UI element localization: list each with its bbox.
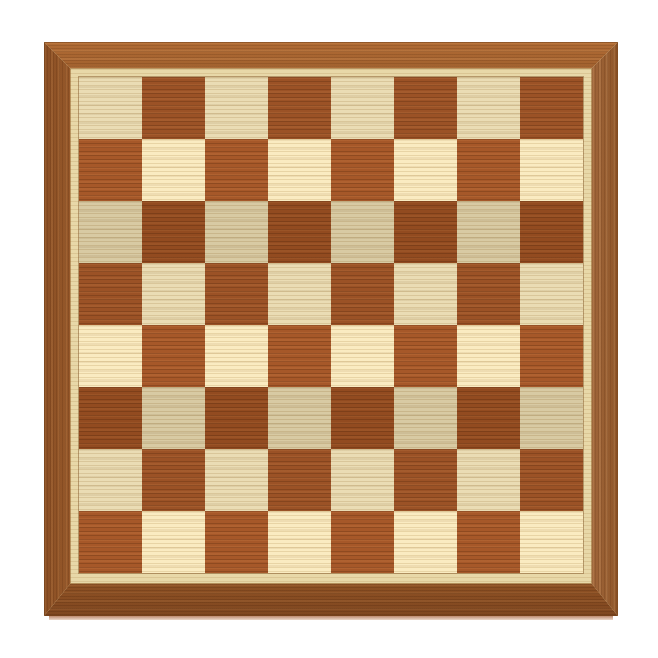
chessboard <box>44 42 618 620</box>
square-b6[interactable] <box>142 201 205 263</box>
square-b8[interactable] <box>142 77 205 139</box>
square-h4[interactable] <box>520 325 583 387</box>
square-b1[interactable] <box>142 511 205 573</box>
square-d7[interactable] <box>268 139 331 201</box>
square-f3[interactable] <box>394 387 457 449</box>
board-frame-left <box>44 42 70 616</box>
square-h7[interactable] <box>520 139 583 201</box>
square-c7[interactable] <box>205 139 268 201</box>
board-frame-bottom <box>44 584 618 616</box>
square-b3[interactable] <box>142 387 205 449</box>
square-f7[interactable] <box>394 139 457 201</box>
square-c3[interactable] <box>205 387 268 449</box>
square-b7[interactable] <box>142 139 205 201</box>
square-d4[interactable] <box>268 325 331 387</box>
square-b5[interactable] <box>142 263 205 325</box>
square-e2[interactable] <box>331 449 394 511</box>
board-frame-top <box>44 42 618 68</box>
square-a4[interactable] <box>79 325 142 387</box>
square-e3[interactable] <box>331 387 394 449</box>
square-b4[interactable] <box>142 325 205 387</box>
square-f8[interactable] <box>394 77 457 139</box>
square-d1[interactable] <box>268 511 331 573</box>
square-e4[interactable] <box>331 325 394 387</box>
square-f1[interactable] <box>394 511 457 573</box>
square-c1[interactable] <box>205 511 268 573</box>
square-d5[interactable] <box>268 263 331 325</box>
square-g4[interactable] <box>457 325 520 387</box>
square-f5[interactable] <box>394 263 457 325</box>
board-top-surface <box>44 42 618 616</box>
square-a2[interactable] <box>79 449 142 511</box>
square-a7[interactable] <box>79 139 142 201</box>
square-e6[interactable] <box>331 201 394 263</box>
square-g5[interactable] <box>457 263 520 325</box>
square-g2[interactable] <box>457 449 520 511</box>
square-c4[interactable] <box>205 325 268 387</box>
square-g8[interactable] <box>457 77 520 139</box>
square-a8[interactable] <box>79 77 142 139</box>
square-c6[interactable] <box>205 201 268 263</box>
square-h6[interactable] <box>520 201 583 263</box>
board-bottom-edge-highlight <box>49 616 613 620</box>
square-f6[interactable] <box>394 201 457 263</box>
square-h2[interactable] <box>520 449 583 511</box>
square-a1[interactable] <box>79 511 142 573</box>
square-b2[interactable] <box>142 449 205 511</box>
square-e5[interactable] <box>331 263 394 325</box>
square-f2[interactable] <box>394 449 457 511</box>
square-h5[interactable] <box>520 263 583 325</box>
photo-background <box>0 0 658 658</box>
square-e1[interactable] <box>331 511 394 573</box>
square-d6[interactable] <box>268 201 331 263</box>
square-g6[interactable] <box>457 201 520 263</box>
square-c5[interactable] <box>205 263 268 325</box>
square-g1[interactable] <box>457 511 520 573</box>
square-a6[interactable] <box>79 201 142 263</box>
square-h1[interactable] <box>520 511 583 573</box>
square-a3[interactable] <box>79 387 142 449</box>
square-e8[interactable] <box>331 77 394 139</box>
square-d8[interactable] <box>268 77 331 139</box>
square-h3[interactable] <box>520 387 583 449</box>
square-c2[interactable] <box>205 449 268 511</box>
square-g7[interactable] <box>457 139 520 201</box>
square-c8[interactable] <box>205 77 268 139</box>
board-frame-right <box>592 42 618 616</box>
square-d2[interactable] <box>268 449 331 511</box>
board-grid <box>78 76 584 574</box>
square-e7[interactable] <box>331 139 394 201</box>
square-a5[interactable] <box>79 263 142 325</box>
square-h8[interactable] <box>520 77 583 139</box>
square-d3[interactable] <box>268 387 331 449</box>
square-f4[interactable] <box>394 325 457 387</box>
square-g3[interactable] <box>457 387 520 449</box>
